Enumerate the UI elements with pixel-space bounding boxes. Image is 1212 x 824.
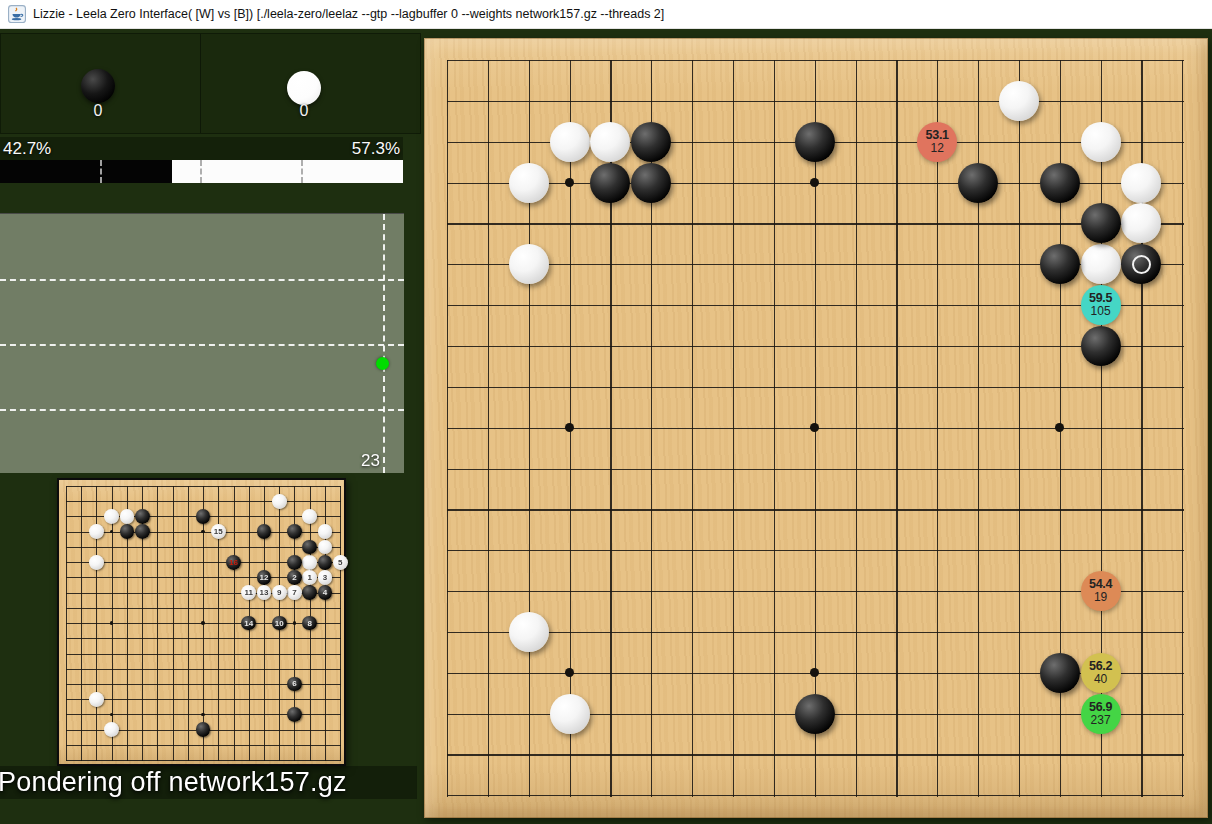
suggestion-circle[interactable]: 59.5105 [1081,285,1121,325]
main-board[interactable]: 53.11259.510554.41956.24056.9237 [424,38,1208,818]
black-stone [1040,163,1080,203]
white-stone [509,612,549,652]
variation-stone: 10 [272,616,287,631]
variation-stone: 14 [241,616,256,631]
grid-line [66,745,341,746]
grid-line [447,754,1184,755]
black-winrate-label: 42.7% [3,139,51,159]
star-point [565,668,574,677]
black-stone [1081,326,1121,366]
winrate-half-mark [200,160,202,183]
black-stone [590,163,630,203]
star-point [201,621,205,625]
grid-line [66,699,341,700]
black-stone [1121,244,1161,284]
captures-divider [200,34,201,133]
star-point [110,621,114,625]
black-capture-count: 0 [78,102,118,120]
variation-stone: 13 [257,585,272,600]
move-number: 8 [302,616,317,631]
graph-gridline-25 [0,279,404,281]
suggestion-circle[interactable]: 53.112 [917,122,957,162]
grid-line [66,654,341,655]
move-number: 12 [257,570,272,585]
suggestion-visits: 237 [1091,714,1111,727]
status-bar: Pondering off network157.gz [0,766,417,799]
black-stone [287,524,302,539]
star-point [810,423,819,432]
grid-line [447,550,1184,551]
variation-stone: 7 [287,585,302,600]
move-number: 9 [272,585,287,600]
star-point [110,530,114,534]
black-stone [958,163,998,203]
move-number: 1 [302,570,317,585]
variation-stone: 16 [226,555,241,570]
captures-panel: 0 0 [0,33,421,134]
grid-line [937,60,938,797]
suggestion-visits: 19 [1094,591,1107,604]
white-stone [272,494,287,509]
grid-line [896,60,897,797]
white-stone [302,509,317,524]
grid-line [856,60,857,797]
black-stone [631,122,671,162]
white-stone [104,509,119,524]
white-stone [509,244,549,284]
star-point [293,621,297,625]
winrate-graph-dot [376,357,389,370]
window-title: Lizzie - Leela Zero Interface( [W] vs [B… [33,7,664,21]
suggestion-winrate: 56.9 [1089,701,1112,714]
star-point [201,530,205,534]
variation-stone: 11 [241,585,256,600]
move-number: 11 [241,585,256,600]
suggestion-visits: 12 [931,142,944,155]
grid-line [447,591,1184,592]
suggestion-circle[interactable]: 54.419 [1081,571,1121,611]
variation-stone: 1 [302,570,317,585]
suggestion-visits: 105 [1091,305,1111,318]
white-stone [89,524,104,539]
white-stone [550,694,590,734]
variation-stone: 9 [272,585,287,600]
last-move-marker [1132,255,1151,274]
black-stone [135,509,150,524]
grid-line [1019,60,1020,797]
move-number: 3 [318,570,333,585]
black-stone [287,555,302,570]
black-stone [196,509,211,524]
black-stone [795,694,835,734]
grid-line [447,469,1184,470]
variation-stone: 15 [211,524,226,539]
black-stone [1040,653,1080,693]
move-number: 10 [272,616,287,631]
variation-stone: 3 [318,570,333,585]
grid-line [447,509,1184,510]
white-capture-count: 0 [284,102,324,120]
move-number: 14 [241,616,256,631]
variation-stone: 5 [333,555,348,570]
black-stone [196,722,211,737]
white-stone [89,555,104,570]
graph-gridline-50 [0,344,404,346]
move-number: 16 [226,555,241,570]
black-stone [257,524,272,539]
star-point [565,423,574,432]
star-point [810,668,819,677]
black-stone [318,555,333,570]
white-stone [302,555,317,570]
black-winrate-fill [0,160,172,183]
white-stone [1121,203,1161,243]
variation-stone: 6 [287,677,302,692]
white-stone [550,122,590,162]
current-move-number: 23 [361,451,380,471]
white-stone [318,540,333,555]
white-capture-stone-icon [287,71,321,105]
black-stone [795,122,835,162]
move-number: 5 [333,555,348,570]
variation-stone: 12 [257,570,272,585]
black-stone [302,540,317,555]
java-cup-icon [8,5,26,23]
grid-line [1182,60,1183,797]
suggestion-winrate: 53.1 [926,129,949,142]
move-number: 4 [318,585,333,600]
winrate-labels: 42.7% 57.3% [0,137,403,160]
black-stone [631,163,671,203]
white-stone [1121,163,1161,203]
suggestion-circle[interactable]: 56.240 [1081,653,1121,693]
grid-line [66,638,341,639]
current-move-line [383,214,385,473]
move-number: 6 [287,677,302,692]
white-stone [318,524,333,539]
black-stone [1081,203,1121,243]
move-number: 7 [287,585,302,600]
star-point [810,178,819,187]
variation-stone: 8 [302,616,317,631]
star-point [201,713,205,717]
white-stone [999,81,1039,121]
white-stone [120,509,135,524]
grid-line [340,486,341,761]
white-stone [509,163,549,203]
winrate-graph[interactable]: 23 [0,213,404,473]
grid-line [234,486,235,761]
star-point [1055,423,1064,432]
black-stone [287,707,302,722]
suggestion-circle[interactable]: 56.9237 [1081,694,1121,734]
black-stone [120,524,135,539]
grid-line [66,669,341,670]
black-stone [1040,244,1080,284]
white-stone [104,722,119,737]
white-stone [590,122,630,162]
graph-gridline-75 [0,409,404,411]
white-winrate-label: 57.3% [352,139,400,159]
black-stone [135,524,150,539]
variation-board[interactable]: 12345678910111213141516 [57,478,346,766]
star-point [110,713,114,717]
white-stone [1081,244,1121,284]
grid-line [447,632,1184,633]
variation-stone: 2 [287,570,302,585]
winrate-three-quarter-mark [301,160,303,183]
title-bar: Lizzie - Leela Zero Interface( [W] vs [B… [0,0,1212,29]
winrate-bar [0,160,403,183]
lizzie-window: Lizzie - Leela Zero Interface( [W] vs [B… [0,0,1212,824]
winrate-quarter-mark [100,160,102,183]
white-stone [1081,122,1121,162]
status-text: Pondering off network157.gz [0,767,347,798]
white-stone [89,692,104,707]
move-number: 2 [287,570,302,585]
variation-stone: 4 [318,585,333,600]
black-capture-stone-icon [81,69,115,103]
move-number: 13 [257,585,272,600]
grid-line [66,760,341,761]
grid-line [447,795,1184,796]
star-point [565,178,574,187]
black-stone [302,585,317,600]
suggestion-visits: 40 [1094,673,1107,686]
move-number: 15 [211,524,226,539]
